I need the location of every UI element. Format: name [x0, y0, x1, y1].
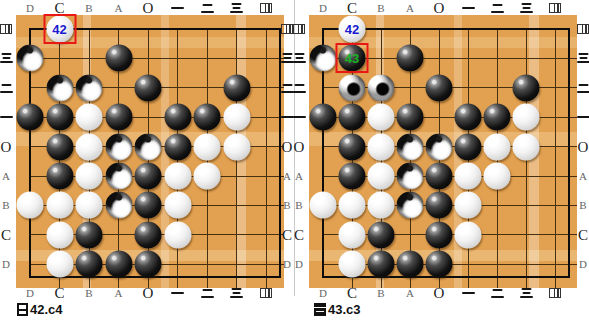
stone-white — [46, 251, 73, 278]
stone-white — [397, 192, 424, 219]
coord-label: B — [283, 199, 290, 211]
stone-white — [368, 133, 395, 160]
move-number-label: 42 — [339, 22, 366, 35]
stone-white — [339, 192, 366, 219]
stone-black — [46, 74, 73, 101]
stone-white — [46, 221, 73, 248]
stone-black — [105, 251, 132, 278]
coord-label: B — [377, 287, 384, 299]
last-move-marker — [336, 43, 369, 73]
stone-white — [76, 133, 103, 160]
coord-label — [293, 111, 306, 123]
stone-black — [339, 74, 366, 101]
stone-white — [513, 104, 540, 131]
caption-text: 42.c4 — [30, 302, 63, 317]
white-char-glyph — [17, 303, 28, 316]
stone-white — [484, 133, 511, 160]
stone-white — [135, 133, 162, 160]
stone-black — [310, 104, 337, 131]
coord-label: D — [579, 258, 587, 270]
stone-black — [368, 221, 395, 248]
stone-black — [339, 104, 366, 131]
last-move-marker — [43, 14, 76, 44]
coord-label: O — [294, 138, 305, 155]
coord-label — [171, 287, 184, 299]
stone-white — [368, 104, 395, 131]
coord-label: C — [54, 285, 64, 302]
coord-label — [0, 111, 13, 123]
stone-black — [135, 221, 162, 248]
coord-label: D — [2, 258, 10, 270]
coord-label: B — [2, 199, 9, 211]
coord-label: C — [578, 226, 588, 243]
coord-label: C — [347, 0, 357, 17]
stone-black — [164, 133, 191, 160]
coord-label: B — [377, 2, 384, 14]
stone-white — [368, 192, 395, 219]
stone-white — [455, 163, 482, 190]
caption-text: 43.c3 — [328, 302, 361, 317]
stone-black — [426, 251, 453, 278]
stone-black — [135, 163, 162, 190]
stone-white — [223, 104, 250, 131]
stone-black — [455, 104, 482, 131]
stone-white — [397, 163, 424, 190]
stone-white — [194, 133, 221, 160]
coord-label: D — [26, 2, 34, 14]
coord-label: C — [294, 226, 304, 243]
coord-label — [0, 82, 13, 94]
coord-label — [491, 2, 504, 14]
stone-black — [17, 104, 44, 131]
stone-white — [368, 163, 395, 190]
coord-label — [260, 3, 272, 13]
stone-white — [17, 192, 44, 219]
coord-label — [577, 24, 589, 34]
coord-label — [293, 52, 306, 64]
stone-white — [105, 133, 132, 160]
coord-label — [491, 287, 504, 299]
stone-white — [46, 192, 73, 219]
coord-label — [293, 24, 305, 34]
stone-black — [46, 163, 73, 190]
stone-black — [194, 104, 221, 131]
stone-black — [105, 45, 132, 72]
stone-white: 42 — [339, 16, 366, 43]
coord-label: D — [319, 287, 327, 299]
stone-white — [164, 163, 191, 190]
coord-label: B — [85, 287, 92, 299]
coord-label — [577, 52, 589, 64]
stone-white — [17, 45, 44, 72]
stone-black — [484, 104, 511, 131]
coord-label: A — [579, 170, 587, 182]
stone-black — [397, 45, 424, 72]
coord-label — [230, 2, 243, 14]
coord-label: O — [434, 0, 445, 17]
stone-white — [339, 221, 366, 248]
coord-label — [171, 2, 184, 14]
stone-black — [76, 251, 103, 278]
coord-label: O — [143, 285, 154, 302]
coord-label — [520, 287, 533, 299]
stone-white — [76, 192, 103, 219]
coord-label — [201, 287, 214, 299]
stone-black — [455, 133, 482, 160]
coord-label: D — [319, 2, 327, 14]
stone-black — [76, 221, 103, 248]
coord-label: B — [295, 199, 302, 211]
coord-label: A — [115, 287, 123, 299]
coord-label: A — [406, 2, 414, 14]
coord-label: C — [1, 226, 11, 243]
stone-white — [105, 163, 132, 190]
stone-white — [397, 133, 424, 160]
coord-label — [201, 2, 214, 14]
coord-label: O — [578, 138, 589, 155]
stone-white — [76, 163, 103, 190]
coord-label: O — [282, 138, 293, 155]
stone-white — [484, 163, 511, 190]
stone-black — [135, 192, 162, 219]
coord-label: A — [283, 170, 291, 182]
coord-label — [549, 288, 561, 298]
stone-black — [426, 163, 453, 190]
stone-black — [105, 104, 132, 131]
stone-white — [513, 133, 540, 160]
coord-label — [0, 24, 12, 34]
stone-black — [368, 74, 395, 101]
stone-white — [339, 251, 366, 278]
stone-white — [310, 45, 337, 72]
coord-label: D — [283, 258, 291, 270]
coord-label — [462, 287, 475, 299]
stone-black — [368, 251, 395, 278]
move-caption: 43.c3 — [314, 302, 361, 317]
coord-label: A — [2, 170, 10, 182]
stone-black — [135, 74, 162, 101]
stone-black — [513, 74, 540, 101]
coord-label: B — [85, 2, 92, 14]
coord-label — [577, 82, 589, 94]
stone-white — [194, 163, 221, 190]
coord-label: O — [143, 0, 154, 17]
stone-white — [310, 192, 337, 219]
stone-black — [426, 221, 453, 248]
stone-black — [426, 192, 453, 219]
stone-black — [46, 104, 73, 131]
stone-black — [76, 74, 103, 101]
coord-label: O — [434, 285, 445, 302]
stone-white — [455, 192, 482, 219]
move-caption: 42.c4 — [17, 302, 63, 317]
stone-white — [164, 221, 191, 248]
stone-black — [397, 251, 424, 278]
coord-label — [520, 2, 533, 14]
stone-white — [223, 133, 250, 160]
coord-label: A — [406, 287, 414, 299]
coord-label: C — [347, 285, 357, 302]
stone-black — [164, 104, 191, 131]
coord-label — [230, 287, 243, 299]
stone-black — [426, 74, 453, 101]
stone-white — [76, 104, 103, 131]
black-char-glyph — [314, 303, 326, 316]
coord-label — [0, 52, 13, 64]
coord-label: D — [295, 258, 303, 270]
coord-label — [281, 24, 293, 34]
stone-white — [455, 221, 482, 248]
stone-white — [426, 133, 453, 160]
coord-label: A — [295, 170, 303, 182]
coord-label — [577, 111, 589, 123]
coord-label — [462, 2, 475, 14]
coord-label: B — [579, 199, 586, 211]
stone-black — [339, 133, 366, 160]
coord-label: D — [26, 287, 34, 299]
coord-label — [549, 3, 561, 13]
coord-label — [293, 82, 306, 94]
stone-white — [164, 192, 191, 219]
stone-black — [223, 74, 250, 101]
coord-label: C — [282, 226, 292, 243]
stone-black — [339, 163, 366, 190]
coord-label: O — [1, 138, 12, 155]
coord-label: A — [115, 2, 123, 14]
stone-black — [397, 104, 424, 131]
stone-black — [46, 133, 73, 160]
stone-black — [135, 251, 162, 278]
coord-label — [260, 288, 272, 298]
stone-white — [105, 192, 132, 219]
go-diagram-screenshot: DCBAODCBAOOABCDOABCD4242.c4 DCBAODCBAOOA… — [0, 0, 589, 329]
